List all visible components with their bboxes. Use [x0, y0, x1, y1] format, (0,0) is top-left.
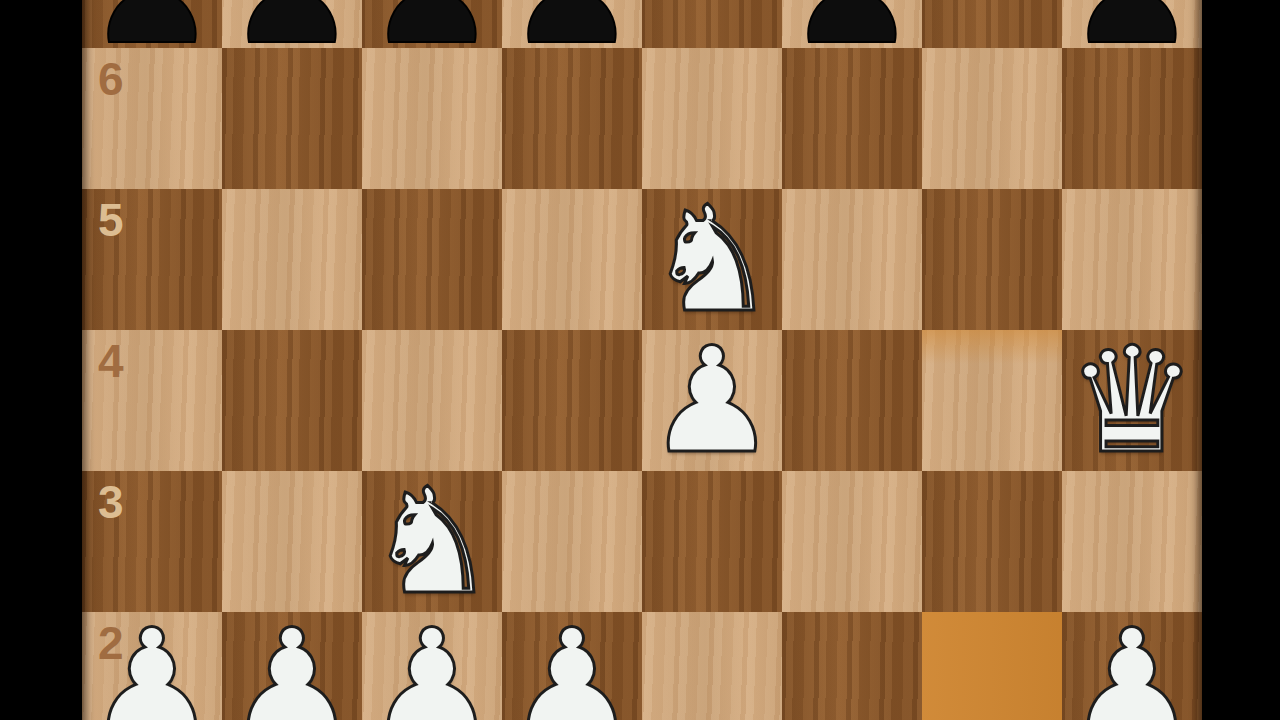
square-a3[interactable]: 3 [82, 471, 222, 612]
square-b7[interactable]: ♟ [222, 0, 362, 48]
square-e7[interactable] [642, 0, 782, 48]
square-f4[interactable] [782, 330, 922, 471]
chess-board: ♟♟♟♟♟♟65♞4♟♛3♞2♟♟♟♟♟ [82, 0, 1202, 720]
rank-label-5: 5 [98, 197, 124, 243]
square-b3[interactable] [222, 471, 362, 612]
black-pawn-c7[interactable]: ♟ [367, 0, 498, 62]
white-knight-c3[interactable]: ♞ [367, 471, 498, 612]
white-pawn-h2[interactable]: ♟ [1067, 612, 1198, 720]
square-b5[interactable] [222, 189, 362, 330]
black-pawn-f7[interactable]: ♟ [787, 0, 918, 62]
square-e4[interactable]: ♟ [642, 330, 782, 471]
square-c3[interactable]: ♞ [362, 471, 502, 612]
square-d2[interactable]: ♟ [502, 612, 642, 720]
square-a2[interactable]: 2♟ [82, 612, 222, 720]
square-h7[interactable]: ♟ [1062, 0, 1202, 48]
square-d4[interactable] [502, 330, 642, 471]
square-f7[interactable]: ♟ [782, 0, 922, 48]
square-e5[interactable]: ♞ [642, 189, 782, 330]
white-pawn-c2[interactable]: ♟ [367, 612, 498, 720]
square-d5[interactable] [502, 189, 642, 330]
square-b4[interactable] [222, 330, 362, 471]
white-pawn-a2[interactable]: ♟ [87, 612, 218, 720]
black-pawn-a7[interactable]: ♟ [87, 0, 218, 62]
square-g2[interactable] [922, 612, 1062, 720]
white-pawn-b2[interactable]: ♟ [227, 612, 358, 720]
square-f5[interactable] [782, 189, 922, 330]
square-h4[interactable]: ♛ [1062, 330, 1202, 471]
square-g6[interactable] [922, 48, 1062, 189]
square-e6[interactable] [642, 48, 782, 189]
square-a7[interactable]: ♟ [82, 0, 222, 48]
rank-label-3: 3 [98, 479, 124, 525]
square-d7[interactable]: ♟ [502, 0, 642, 48]
square-c4[interactable] [362, 330, 502, 471]
square-g7[interactable] [922, 0, 1062, 48]
white-pawn-e4[interactable]: ♟ [647, 330, 778, 471]
square-g4[interactable] [922, 330, 1062, 471]
white-pawn-d2[interactable]: ♟ [507, 612, 638, 720]
square-h3[interactable] [1062, 471, 1202, 612]
white-knight-e5[interactable]: ♞ [647, 189, 778, 330]
white-queen-h4[interactable]: ♛ [1067, 330, 1198, 471]
square-e3[interactable] [642, 471, 782, 612]
square-a4[interactable]: 4 [82, 330, 222, 471]
square-e2[interactable] [642, 612, 782, 720]
black-pawn-b7[interactable]: ♟ [227, 0, 358, 62]
square-h5[interactable] [1062, 189, 1202, 330]
rank-label-4: 4 [98, 338, 124, 384]
square-c7[interactable]: ♟ [362, 0, 502, 48]
square-h2[interactable]: ♟ [1062, 612, 1202, 720]
square-f2[interactable] [782, 612, 922, 720]
black-pawn-h7[interactable]: ♟ [1067, 0, 1198, 62]
square-c5[interactable] [362, 189, 502, 330]
square-b2[interactable]: ♟ [222, 612, 362, 720]
square-d3[interactable] [502, 471, 642, 612]
video-frame: ♟♟♟♟♟♟65♞4♟♛3♞2♟♟♟♟♟ [0, 0, 1280, 720]
black-pawn-d7[interactable]: ♟ [507, 0, 638, 62]
square-g3[interactable] [922, 471, 1062, 612]
square-c2[interactable]: ♟ [362, 612, 502, 720]
square-f3[interactable] [782, 471, 922, 612]
square-a5[interactable]: 5 [82, 189, 222, 330]
square-g5[interactable] [922, 189, 1062, 330]
